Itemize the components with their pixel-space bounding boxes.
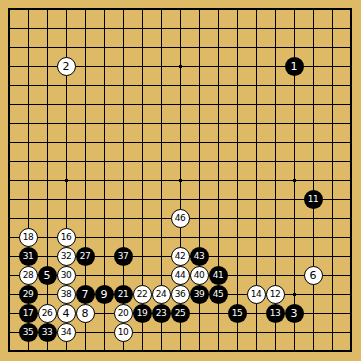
stone-white-36[interactable]: 36 xyxy=(171,285,190,304)
go-board[interactable]: 1234567891011121314151617181920212223242… xyxy=(0,0,361,361)
stone-white-34[interactable]: 34 xyxy=(57,323,76,342)
stone-white-16[interactable]: 16 xyxy=(57,228,76,247)
stone-black-23[interactable]: 23 xyxy=(152,304,171,323)
stone-white-2[interactable]: 2 xyxy=(57,57,76,76)
stone-black-21[interactable]: 21 xyxy=(114,285,133,304)
stone-white-46[interactable]: 46 xyxy=(171,209,190,228)
stone-black-3[interactable]: 3 xyxy=(285,304,304,323)
stone-white-10[interactable]: 10 xyxy=(114,323,133,342)
stone-white-8[interactable]: 8 xyxy=(76,304,95,323)
stone-black-15[interactable]: 15 xyxy=(228,304,247,323)
stone-black-33[interactable]: 33 xyxy=(38,323,57,342)
stone-black-39[interactable]: 39 xyxy=(190,285,209,304)
stone-white-20[interactable]: 20 xyxy=(114,304,133,323)
stone-black-5[interactable]: 5 xyxy=(38,266,57,285)
stone-white-24[interactable]: 24 xyxy=(152,285,171,304)
stone-white-22[interactable]: 22 xyxy=(133,285,152,304)
stone-white-4[interactable]: 4 xyxy=(57,304,76,323)
stone-black-11[interactable]: 11 xyxy=(304,190,323,209)
stone-black-27[interactable]: 27 xyxy=(76,247,95,266)
stone-white-28[interactable]: 28 xyxy=(19,266,38,285)
stone-white-32[interactable]: 32 xyxy=(57,247,76,266)
stone-white-14[interactable]: 14 xyxy=(247,285,266,304)
stone-black-45[interactable]: 45 xyxy=(209,285,228,304)
stone-black-13[interactable]: 13 xyxy=(266,304,285,323)
stone-black-35[interactable]: 35 xyxy=(19,323,38,342)
stones-layer: 1234567891011121314151617181920212223242… xyxy=(0,0,361,361)
stone-black-43[interactable]: 43 xyxy=(190,247,209,266)
stone-black-19[interactable]: 19 xyxy=(133,304,152,323)
stone-white-38[interactable]: 38 xyxy=(57,285,76,304)
stone-black-37[interactable]: 37 xyxy=(114,247,133,266)
stone-black-41[interactable]: 41 xyxy=(209,266,228,285)
stone-white-44[interactable]: 44 xyxy=(171,266,190,285)
stone-black-7[interactable]: 7 xyxy=(76,285,95,304)
stone-black-25[interactable]: 25 xyxy=(171,304,190,323)
stone-white-12[interactable]: 12 xyxy=(266,285,285,304)
stone-white-30[interactable]: 30 xyxy=(57,266,76,285)
stone-white-40[interactable]: 40 xyxy=(190,266,209,285)
stone-black-29[interactable]: 29 xyxy=(19,285,38,304)
stone-white-18[interactable]: 18 xyxy=(19,228,38,247)
stone-white-6[interactable]: 6 xyxy=(304,266,323,285)
stone-black-1[interactable]: 1 xyxy=(285,57,304,76)
stone-black-17[interactable]: 17 xyxy=(19,304,38,323)
stone-white-26[interactable]: 26 xyxy=(38,304,57,323)
stone-black-9[interactable]: 9 xyxy=(95,285,114,304)
stone-black-31[interactable]: 31 xyxy=(19,247,38,266)
stone-white-42[interactable]: 42 xyxy=(171,247,190,266)
